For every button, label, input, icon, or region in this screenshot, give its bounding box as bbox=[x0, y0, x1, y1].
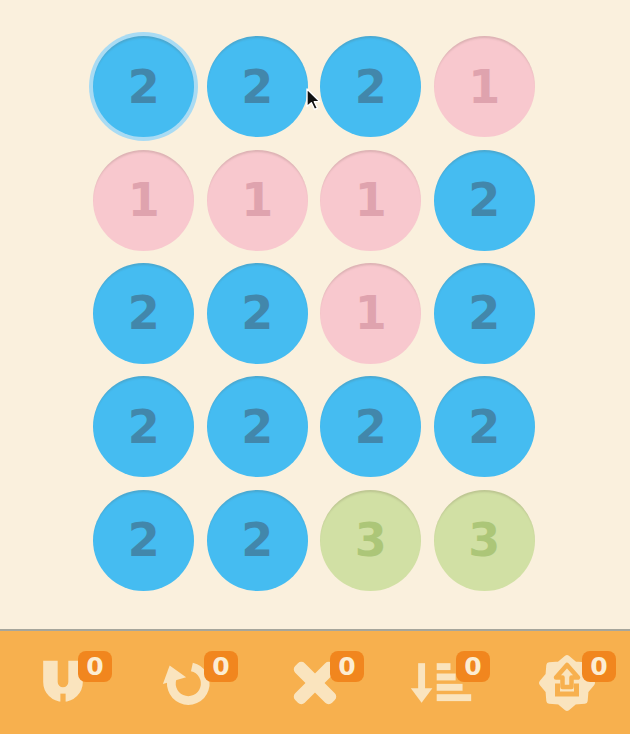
tile-r2c3[interactable]: 1 bbox=[320, 150, 421, 251]
tile-r3c4[interactable]: 2 bbox=[434, 263, 535, 364]
sort-button[interactable]: 0 bbox=[378, 631, 504, 734]
delete-button[interactable]: 0 bbox=[252, 631, 378, 734]
tile-r2c4[interactable]: 2 bbox=[434, 150, 535, 251]
tile-r5c3[interactable]: 3 bbox=[320, 490, 421, 591]
tile-r3c3[interactable]: 1 bbox=[320, 263, 421, 364]
mouse-cursor bbox=[306, 88, 324, 114]
tile-r5c2[interactable]: 2 bbox=[207, 490, 308, 591]
tile-r1c1[interactable]: 2 bbox=[93, 36, 194, 137]
upgrade-count-badge: 0 bbox=[582, 651, 616, 682]
tile-r2c2[interactable]: 1 bbox=[207, 150, 308, 251]
tile-r1c4[interactable]: 1 bbox=[434, 36, 535, 137]
tile-r5c1[interactable]: 2 bbox=[93, 490, 194, 591]
tile-r4c2[interactable]: 2 bbox=[207, 376, 308, 477]
board: 2 2 2 1 1 1 1 2 2 2 1 2 2 2 2 2 2 2 3 3 bbox=[87, 30, 541, 597]
tile-r4c3[interactable]: 2 bbox=[320, 376, 421, 477]
tile-r2c1[interactable]: 1 bbox=[93, 150, 194, 251]
tile-r4c4[interactable]: 2 bbox=[434, 376, 535, 477]
tile-r4c1[interactable]: 2 bbox=[93, 376, 194, 477]
tile-r1c3[interactable]: 2 bbox=[320, 36, 421, 137]
magnet-button[interactable]: 0 bbox=[0, 631, 126, 734]
toolbar: 0 0 0 0 0 bbox=[0, 629, 630, 734]
tile-r5c4[interactable]: 3 bbox=[434, 490, 535, 591]
upgrade-button[interactable]: 0 bbox=[504, 631, 630, 734]
tile-r1c2[interactable]: 2 bbox=[207, 36, 308, 137]
delete-count-badge: 0 bbox=[330, 651, 364, 682]
rotate-button[interactable]: 0 bbox=[126, 631, 252, 734]
magnet-count-badge: 0 bbox=[78, 651, 112, 682]
sort-count-badge: 0 bbox=[456, 651, 490, 682]
tile-r3c2[interactable]: 2 bbox=[207, 263, 308, 364]
tile-r3c1[interactable]: 2 bbox=[93, 263, 194, 364]
rotate-count-badge: 0 bbox=[204, 651, 238, 682]
